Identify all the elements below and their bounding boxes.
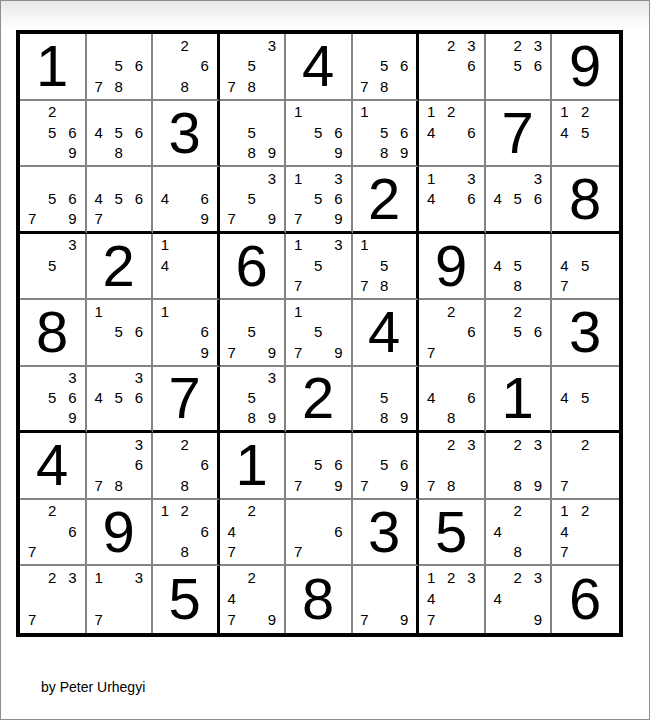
given-digit: 8: [302, 570, 334, 628]
pencil-mark-5: 5: [508, 188, 528, 208]
cell-r2c5[interactable]: 1569: [286, 101, 353, 168]
cell-r8c1[interactable]: 267: [20, 500, 87, 567]
pencil-marks: 589: [355, 368, 415, 429]
pencil-mark-empty: [222, 143, 242, 164]
pencil-marks: 35: [22, 235, 83, 297]
pencil-mark-empty: [308, 276, 328, 297]
pencil-mark-6: 6: [62, 188, 82, 208]
pencil-mark-empty: [129, 35, 149, 56]
cell-r8c6[interactable]: 3: [353, 500, 420, 567]
pencil-mark-7: 7: [288, 542, 308, 563]
pencil-marks: 267: [421, 301, 482, 363]
pencil-mark-empty: [89, 102, 109, 123]
cell-r7c1[interactable]: 4: [20, 433, 87, 500]
cell-r8c8[interactable]: 248: [486, 500, 553, 567]
pencil-mark-4: 4: [488, 188, 508, 208]
pencil-mark-8: 8: [175, 542, 195, 563]
cell-r4c4[interactable]: 6: [220, 234, 287, 301]
pencil-mark-3: 3: [528, 168, 548, 188]
cell-r1c6[interactable]: 5678: [353, 34, 420, 101]
cell-r2c1[interactable]: 2569: [20, 101, 87, 168]
pencil-mark-empty: [89, 322, 109, 343]
pencil-mark-9: 9: [394, 408, 414, 428]
pencil-mark-9: 9: [528, 475, 548, 496]
pencil-mark-empty: [175, 188, 195, 208]
cell-r5c9[interactable]: 3: [552, 300, 619, 367]
pencil-mark-empty: [262, 56, 282, 77]
cell-r5c4[interactable]: 579: [220, 300, 287, 367]
pencil-mark-empty: [461, 301, 481, 322]
pencil-mark-3: 3: [62, 368, 82, 388]
pencil-mark-empty: [42, 208, 62, 228]
cell-r3c1[interactable]: 5679: [20, 167, 87, 234]
pencil-mark-empty: [461, 455, 481, 476]
cell-r1c7[interactable]: 236: [419, 34, 486, 101]
pencil-mark-empty: [89, 342, 109, 363]
pencil-mark-empty: [441, 188, 461, 208]
cell-r6c3[interactable]: 7: [153, 367, 220, 434]
cell-r9c1[interactable]: 237: [20, 566, 87, 633]
pencil-mark-empty: [242, 168, 262, 188]
pencil-mark-empty: [374, 567, 394, 588]
cell-r4c6[interactable]: 1578: [353, 234, 420, 301]
cell-r8c3[interactable]: 1268: [153, 500, 220, 567]
pencil-mark-5: 5: [575, 255, 596, 276]
cell-r7c6[interactable]: 5679: [353, 433, 420, 500]
cell-r3c3[interactable]: 469: [153, 167, 220, 234]
pencil-mark-empty: [394, 276, 414, 297]
pencil-mark-empty: [488, 475, 508, 496]
pencil-mark-empty: [22, 188, 42, 208]
cell-r8c2[interactable]: 9: [87, 500, 154, 567]
cell-r9c2[interactable]: 137: [87, 566, 154, 633]
cell-r7c9[interactable]: 27: [552, 433, 619, 500]
pencil-mark-empty: [262, 542, 282, 563]
pencil-mark-7: 7: [89, 208, 109, 228]
pencil-mark-4: 4: [421, 188, 441, 208]
pencil-mark-empty: [441, 122, 461, 143]
pencil-mark-empty: [554, 455, 575, 476]
cell-r7c7[interactable]: 2378: [419, 433, 486, 500]
pencil-mark-empty: [42, 368, 62, 388]
cell-r4c7[interactable]: 9: [419, 234, 486, 301]
pencil-mark-8: 8: [242, 408, 262, 428]
cell-r7c4[interactable]: 1: [220, 433, 287, 500]
pencil-mark-1: 1: [421, 567, 441, 588]
pencil-mark-empty: [596, 408, 617, 428]
cell-r2c6[interactable]: 15689: [353, 101, 420, 168]
pencil-mark-4: 4: [222, 521, 242, 542]
cell-r4c2[interactable]: 2: [87, 234, 154, 301]
pencil-mark-empty: [89, 143, 109, 164]
pencil-mark-empty: [374, 475, 394, 496]
cell-r4c8[interactable]: 458: [486, 234, 553, 301]
pencil-mark-empty: [528, 455, 548, 476]
pencil-mark-9: 9: [328, 143, 348, 164]
given-digit: 1: [502, 369, 534, 427]
pencil-mark-empty: [222, 168, 242, 188]
pencil-mark-2: 2: [508, 434, 528, 455]
given-digit: 9: [103, 503, 135, 561]
pencil-mark-empty: [355, 56, 375, 77]
pencil-mark-empty: [62, 168, 82, 188]
pencil-mark-4: 4: [155, 188, 175, 208]
pencil-mark-5: 5: [308, 188, 328, 208]
sudoku-board: 1567826835784567823623569256945683589156…: [16, 30, 623, 637]
pencil-mark-empty: [175, 276, 195, 297]
cell-r9c3[interactable]: 5: [153, 566, 220, 633]
pencil-mark-empty: [441, 388, 461, 408]
cell-r4c1[interactable]: 35: [20, 234, 87, 301]
cell-r8c9[interactable]: 1247: [552, 500, 619, 567]
cell-r1c1[interactable]: 1: [20, 34, 87, 101]
pencil-mark-empty: [242, 102, 262, 123]
pencil-mark-empty: [528, 588, 548, 609]
pencil-mark-empty: [508, 455, 528, 476]
cell-r5c8[interactable]: 256: [486, 300, 553, 367]
pencil-mark-empty: [394, 255, 414, 276]
pencil-mark-8: 8: [441, 408, 461, 428]
cell-r1c2[interactable]: 5678: [87, 34, 154, 101]
pencil-mark-2: 2: [508, 567, 528, 588]
cell-r2c2[interactable]: 4568: [87, 101, 154, 168]
pencil-mark-empty: [328, 102, 348, 123]
pencil-mark-empty: [508, 76, 528, 97]
pencil-mark-8: 8: [242, 143, 262, 164]
cell-r2c3[interactable]: 3: [153, 101, 220, 168]
pencil-mark-empty: [288, 501, 308, 522]
cell-r5c1[interactable]: 8: [20, 300, 87, 367]
pencil-mark-1: 1: [155, 301, 175, 322]
pencil-mark-1: 1: [155, 235, 175, 256]
pencil-mark-empty: [394, 35, 414, 56]
cell-r2c7[interactable]: 1246: [419, 101, 486, 168]
pencil-mark-3: 3: [62, 567, 82, 588]
cell-r1c9[interactable]: 9: [552, 34, 619, 101]
pencil-mark-empty: [109, 408, 129, 428]
pencil-mark-empty: [461, 208, 481, 228]
cell-r5c2[interactable]: 156: [87, 300, 154, 367]
pencil-mark-empty: [89, 434, 109, 455]
given-digit: 6: [236, 237, 268, 295]
cell-r6c8[interactable]: 1: [486, 367, 553, 434]
pencil-mark-empty: [195, 301, 215, 322]
pencil-mark-empty: [22, 521, 42, 542]
pencil-marks: 1357: [288, 235, 349, 297]
cell-r7c3[interactable]: 268: [153, 433, 220, 500]
pencil-mark-3: 3: [528, 434, 548, 455]
cell-r8c5[interactable]: 67: [286, 500, 353, 567]
pencil-mark-7: 7: [355, 276, 375, 297]
cell-r3c8[interactable]: 3456: [486, 167, 553, 234]
given-digit: 6: [569, 570, 601, 628]
pencil-mark-2: 2: [441, 35, 461, 56]
pencil-mark-empty: [394, 588, 414, 609]
pencil-mark-5: 5: [575, 388, 596, 408]
pencil-mark-7: 7: [288, 276, 308, 297]
pencil-mark-empty: [308, 102, 328, 123]
pencil-marks: 137: [89, 567, 150, 631]
pencil-mark-empty: [129, 208, 149, 228]
cell-r2c4[interactable]: 589: [220, 101, 287, 168]
pencil-mark-empty: [488, 455, 508, 476]
pencil-mark-empty: [89, 408, 109, 428]
pencil-mark-empty: [488, 542, 508, 563]
cell-r6c5[interactable]: 2: [286, 367, 353, 434]
cell-r1c3[interactable]: 268: [153, 34, 220, 101]
pencil-mark-empty: [488, 168, 508, 188]
pencil-mark-8: 8: [109, 76, 129, 97]
pencil-marks: 3456: [89, 368, 150, 429]
pencil-mark-empty: [554, 235, 575, 256]
pencil-mark-empty: [528, 542, 548, 563]
cell-r2c8[interactable]: 7: [486, 101, 553, 168]
pencil-mark-3: 3: [461, 434, 481, 455]
cell-r2c9[interactable]: 1245: [552, 101, 619, 168]
cell-r4c9[interactable]: 457: [552, 234, 619, 301]
pencil-mark-4: 4: [554, 388, 575, 408]
pencil-mark-empty: [288, 521, 308, 542]
cell-r9c6[interactable]: 79: [353, 566, 420, 633]
pencil-mark-empty: [441, 588, 461, 609]
cell-r9c7[interactable]: 12347: [419, 566, 486, 633]
pencil-mark-5: 5: [242, 56, 262, 77]
pencil-mark-6: 6: [129, 322, 149, 343]
pencil-mark-9: 9: [394, 143, 414, 164]
pencil-marks: 2356: [488, 35, 549, 97]
pencil-mark-empty: [175, 255, 195, 276]
pencil-mark-7: 7: [421, 609, 441, 630]
pencil-mark-empty: [308, 143, 328, 164]
cell-r3c9[interactable]: 8: [552, 167, 619, 234]
given-digit: 9: [569, 37, 601, 95]
cell-r6c6[interactable]: 589: [353, 367, 420, 434]
pencil-mark-empty: [262, 301, 282, 322]
pencil-mark-5: 5: [42, 122, 62, 143]
pencil-mark-empty: [441, 322, 461, 343]
pencil-mark-7: 7: [554, 475, 575, 496]
pencil-marks: 589: [222, 102, 283, 164]
pencil-mark-7: 7: [288, 208, 308, 228]
pencil-mark-empty: [62, 255, 82, 276]
cell-r5c7[interactable]: 267: [419, 300, 486, 367]
pencil-mark-empty: [109, 35, 129, 56]
cell-r7c2[interactable]: 3678: [87, 433, 154, 500]
pencil-mark-4: 4: [554, 521, 575, 542]
pencil-mark-empty: [62, 542, 82, 563]
pencil-mark-5: 5: [242, 388, 262, 408]
pencil-mark-empty: [195, 255, 215, 276]
pencil-marks: 1578: [355, 235, 415, 297]
pencil-mark-empty: [488, 35, 508, 56]
pencil-mark-empty: [195, 434, 215, 455]
pencil-mark-empty: [129, 76, 149, 97]
pencil-mark-1: 1: [554, 501, 575, 522]
pencil-mark-6: 6: [195, 455, 215, 476]
pencil-mark-7: 7: [288, 342, 308, 363]
pencil-mark-empty: [554, 368, 575, 388]
pencil-mark-1: 1: [355, 235, 375, 256]
pencil-mark-5: 5: [308, 255, 328, 276]
pencil-mark-empty: [242, 342, 262, 363]
pencil-mark-empty: [596, 475, 617, 496]
cell-r9c9[interactable]: 6: [552, 566, 619, 633]
pencil-mark-empty: [461, 102, 481, 123]
pencil-mark-empty: [262, 501, 282, 522]
pencil-mark-empty: [355, 122, 375, 143]
pencil-mark-empty: [288, 143, 308, 164]
pencil-mark-5: 5: [109, 322, 129, 343]
pencil-mark-5: 5: [508, 255, 528, 276]
pencil-mark-5: 5: [242, 188, 262, 208]
cell-r9c8[interactable]: 2349: [486, 566, 553, 633]
pencil-mark-empty: [155, 35, 175, 56]
cell-r1c5[interactable]: 4: [286, 34, 353, 101]
pencil-mark-empty: [575, 542, 596, 563]
pencil-mark-empty: [355, 408, 375, 428]
pencil-mark-empty: [596, 143, 617, 164]
pencil-mark-empty: [42, 542, 62, 563]
pencil-mark-empty: [155, 521, 175, 542]
pencil-mark-empty: [155, 434, 175, 455]
pencil-mark-6: 6: [129, 455, 149, 476]
pencil-mark-9: 9: [328, 475, 348, 496]
cell-r6c1[interactable]: 3569: [20, 367, 87, 434]
pencil-mark-empty: [262, 588, 282, 609]
pencil-marks: 2378: [421, 434, 482, 496]
pencil-mark-5: 5: [374, 122, 394, 143]
cell-r3c5[interactable]: 135679: [286, 167, 353, 234]
cell-r6c2[interactable]: 3456: [87, 367, 154, 434]
pencil-mark-8: 8: [109, 475, 129, 496]
pencil-mark-7: 7: [355, 609, 375, 630]
pencil-mark-empty: [42, 168, 62, 188]
pencil-mark-2: 2: [175, 501, 195, 522]
pencil-mark-8: 8: [508, 542, 528, 563]
pencil-marks: 579: [222, 301, 283, 363]
pencil-mark-empty: [62, 588, 82, 609]
pencil-mark-empty: [288, 122, 308, 143]
pencil-mark-empty: [328, 542, 348, 563]
pencil-mark-6: 6: [62, 122, 82, 143]
cell-r6c4[interactable]: 3589: [220, 367, 287, 434]
cell-r7c5[interactable]: 5679: [286, 433, 353, 500]
cell-r8c4[interactable]: 247: [220, 500, 287, 567]
cell-r9c4[interactable]: 2479: [220, 566, 287, 633]
pencil-mark-empty: [508, 208, 528, 228]
pencil-mark-empty: [62, 102, 82, 123]
cell-r5c5[interactable]: 1579: [286, 300, 353, 367]
pencil-mark-empty: [355, 434, 375, 455]
pencil-mark-empty: [488, 208, 508, 228]
pencil-mark-empty: [175, 455, 195, 476]
pencil-mark-empty: [175, 208, 195, 228]
pencil-mark-3: 3: [461, 35, 481, 56]
pencil-mark-7: 7: [22, 208, 42, 228]
cell-r9c5[interactable]: 8: [286, 566, 353, 633]
pencil-mark-6: 6: [62, 521, 82, 542]
pencil-mark-empty: [155, 455, 175, 476]
pencil-mark-5: 5: [308, 122, 328, 143]
cell-r8c7[interactable]: 5: [419, 500, 486, 567]
pencil-mark-empty: [394, 102, 414, 123]
cell-r3c7[interactable]: 1346: [419, 167, 486, 234]
pencil-mark-empty: [42, 143, 62, 164]
pencil-mark-empty: [461, 408, 481, 428]
pencil-mark-2: 2: [575, 434, 596, 455]
cell-r3c2[interactable]: 4567: [87, 167, 154, 234]
cell-r3c4[interactable]: 3579: [220, 167, 287, 234]
cell-r5c3[interactable]: 169: [153, 300, 220, 367]
pencil-mark-9: 9: [394, 475, 414, 496]
pencil-mark-empty: [575, 521, 596, 542]
pencil-mark-4: 4: [155, 255, 175, 276]
cell-r6c7[interactable]: 468: [419, 367, 486, 434]
pencil-mark-empty: [222, 35, 242, 56]
cell-r4c3[interactable]: 14: [153, 234, 220, 301]
pencil-marks: 12347: [421, 567, 482, 631]
pencil-mark-7: 7: [222, 609, 242, 630]
pencil-mark-9: 9: [62, 143, 82, 164]
pencil-mark-empty: [22, 588, 42, 609]
pencil-mark-empty: [394, 434, 414, 455]
given-digit: 8: [36, 303, 68, 361]
pencil-mark-empty: [155, 76, 175, 97]
pencil-mark-empty: [575, 408, 596, 428]
pencil-mark-empty: [421, 143, 441, 164]
cell-r7c8[interactable]: 2389: [486, 433, 553, 500]
pencil-mark-empty: [222, 567, 242, 588]
pencil-marks: 135679: [288, 168, 349, 229]
given-digit: 3: [569, 303, 601, 361]
cell-r5c6[interactable]: 4: [353, 300, 420, 367]
pencil-mark-4: 4: [488, 588, 508, 609]
pencil-mark-2: 2: [508, 301, 528, 322]
pencil-mark-7: 7: [355, 76, 375, 97]
cell-r1c4[interactable]: 3578: [220, 34, 287, 101]
pencil-mark-3: 3: [328, 168, 348, 188]
pencil-mark-empty: [222, 122, 242, 143]
pencil-marks: 79: [355, 567, 415, 631]
pencil-mark-empty: [441, 168, 461, 188]
pencil-mark-4: 4: [554, 122, 575, 143]
pencil-mark-9: 9: [195, 342, 215, 363]
pencil-mark-empty: [488, 434, 508, 455]
pencil-mark-3: 3: [461, 168, 481, 188]
cell-r1c8[interactable]: 2356: [486, 34, 553, 101]
cell-r3c6[interactable]: 2: [353, 167, 420, 234]
pencil-mark-empty: [288, 455, 308, 476]
pencil-mark-empty: [129, 609, 149, 630]
pencil-mark-empty: [328, 501, 348, 522]
cell-r6c9[interactable]: 45: [552, 367, 619, 434]
pencil-mark-empty: [461, 76, 481, 97]
pencil-mark-7: 7: [288, 475, 308, 496]
pencil-marks: 169: [155, 301, 215, 363]
pencil-mark-empty: [394, 76, 414, 97]
pencil-mark-empty: [355, 35, 375, 56]
pencil-marks: 5679: [355, 434, 415, 496]
pencil-marks: 3578: [222, 35, 283, 97]
pencil-mark-empty: [421, 434, 441, 455]
pencil-mark-8: 8: [374, 408, 394, 428]
pencil-mark-empty: [528, 521, 548, 542]
pencil-marks: 67: [288, 501, 349, 563]
pencil-mark-2: 2: [242, 501, 262, 522]
cell-r4c5[interactable]: 1357: [286, 234, 353, 301]
pencil-mark-empty: [288, 322, 308, 343]
pencil-mark-empty: [488, 56, 508, 77]
